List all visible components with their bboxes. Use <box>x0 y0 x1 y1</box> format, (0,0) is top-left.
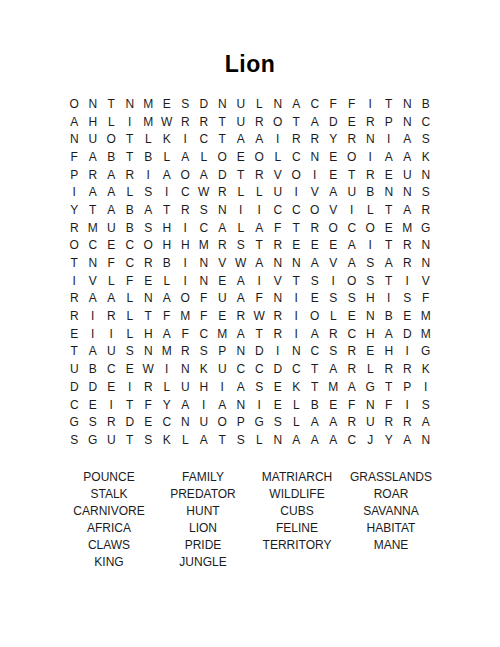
grid-cell: A <box>398 148 417 166</box>
grid-cell: B <box>121 219 140 237</box>
grid-cell: L <box>176 431 195 449</box>
grid-cell: C <box>65 396 84 414</box>
grid-cell: I <box>102 325 121 343</box>
grid-cell: S <box>195 201 214 219</box>
grid-cell: E <box>343 307 362 325</box>
grid-cell: V <box>84 272 103 290</box>
grid-cell: E <box>287 237 306 255</box>
grid-cell: R <box>250 166 269 184</box>
grid-cell: U <box>195 413 214 431</box>
grid-cell: M <box>417 307 436 325</box>
grid-cell: R <box>65 290 84 308</box>
grid-cell: C <box>287 148 306 166</box>
grid-cell: B <box>121 201 140 219</box>
grid-cell: A <box>84 290 103 308</box>
grid-cell: A <box>324 360 343 378</box>
grid-cell: S <box>84 413 103 431</box>
grid-cell: A <box>250 254 269 272</box>
grid-cell: H <box>158 237 177 255</box>
grid-cell: G <box>250 413 269 431</box>
grid-cell: U <box>176 378 195 396</box>
grid-cell: E <box>232 148 251 166</box>
grid-cell: A <box>250 219 269 237</box>
grid-cell: M <box>176 307 195 325</box>
grid-cell: T <box>380 201 399 219</box>
grid-cell: T <box>65 254 84 272</box>
grid-cell: E <box>139 272 158 290</box>
grid-cell: S <box>417 396 436 414</box>
grid-cell: I <box>398 343 417 361</box>
grid-cell: O <box>102 130 121 148</box>
grid-cell: A <box>232 290 251 308</box>
grid-cell: W <box>232 254 251 272</box>
grid-cell: A <box>380 148 399 166</box>
grid-cell: N <box>398 183 417 201</box>
grid-cell: A <box>65 113 84 131</box>
word-list-item: GRASSLANDS <box>350 469 432 486</box>
grid-cell: R <box>250 113 269 131</box>
grid-cell: C <box>232 360 251 378</box>
grid-cell: I <box>65 183 84 201</box>
grid-cell: E <box>213 272 232 290</box>
grid-cell: C <box>306 343 325 361</box>
grid-cell: N <box>176 360 195 378</box>
grid-cell: L <box>195 148 214 166</box>
grid-cell: F <box>343 396 362 414</box>
grid-cell: A <box>158 166 177 184</box>
grid-cell: R <box>306 219 325 237</box>
word-search-grid: ONTNMESDNULNACFFITNBAHLIMWRRTUROTADERPNC… <box>0 95 500 449</box>
grid-cell: H <box>195 378 214 396</box>
grid-cell: M <box>213 325 232 343</box>
grid-cell: S <box>324 343 343 361</box>
grid-cell: P <box>398 378 417 396</box>
word-list-item: CARNIVORE <box>73 503 144 520</box>
grid-cell: R <box>343 130 362 148</box>
grid-cell: E <box>398 307 417 325</box>
grid-cell: C <box>195 325 214 343</box>
grid-cell: C <box>250 360 269 378</box>
grid-cell: S <box>121 343 140 361</box>
grid-cell: A <box>102 290 121 308</box>
grid-cell: H <box>361 325 380 343</box>
grid-cell: W <box>158 113 177 131</box>
grid-cell: A <box>232 378 251 396</box>
grid-cell: I <box>250 201 269 219</box>
grid-cell: T <box>139 307 158 325</box>
grid-cell: A <box>287 95 306 113</box>
grid-cell: F <box>324 95 343 113</box>
grid-cell: D <box>65 378 84 396</box>
grid-cell: D <box>398 325 417 343</box>
grid-cell: H <box>176 237 195 255</box>
grid-cell: V <box>269 272 288 290</box>
grid-cell: A <box>213 396 232 414</box>
grid-cell: E <box>306 290 325 308</box>
grid-cell: I <box>306 166 325 184</box>
grid-cell: S <box>361 272 380 290</box>
grid-cell: G <box>361 378 380 396</box>
grid-cell: A <box>195 166 214 184</box>
grid-cell: K <box>158 431 177 449</box>
grid-cell: I <box>287 307 306 325</box>
grid-cell: A <box>306 254 325 272</box>
grid-cell: L <box>361 360 380 378</box>
grid-cell: N <box>417 166 436 184</box>
grid-cell: L <box>102 272 121 290</box>
grid-cell: S <box>343 290 362 308</box>
grid-cell: O <box>361 219 380 237</box>
grid-cell: A <box>84 343 103 361</box>
grid-cell: T <box>213 113 232 131</box>
grid-cell: N <box>398 113 417 131</box>
grid-cell: S <box>232 237 251 255</box>
grid-cell: A <box>417 413 436 431</box>
grid-cell: W <box>139 360 158 378</box>
grid-cell: Y <box>380 431 399 449</box>
grid-cell: T <box>65 343 84 361</box>
grid-cell: N <box>287 343 306 361</box>
grid-cell: L <box>102 113 121 131</box>
grid-cell: D <box>213 166 232 184</box>
grid-cell: M <box>195 237 214 255</box>
grid-cell: F <box>195 307 214 325</box>
grid-cell: E <box>84 396 103 414</box>
grid-cell: U <box>102 343 121 361</box>
grid-cell: H <box>139 325 158 343</box>
grid-cell: C <box>343 431 362 449</box>
grid-cell: D <box>195 95 214 113</box>
grid-cell: A <box>343 237 362 255</box>
word-list-item: CLAWS <box>88 537 130 554</box>
grid-cell: I <box>195 396 214 414</box>
grid-cell: G <box>417 219 436 237</box>
grid-cell: N <box>417 254 436 272</box>
grid-cell: R <box>213 183 232 201</box>
grid-cell: O <box>213 413 232 431</box>
grid-cell: O <box>213 148 232 166</box>
grid-cell: U <box>84 130 103 148</box>
grid-cell: M <box>324 378 343 396</box>
grid-cell: I <box>269 343 288 361</box>
grid-cell: A <box>102 166 121 184</box>
word-list-item: TERRITORY <box>263 537 332 554</box>
word-list-column: POUNCESTALKCARNIVOREAFRICACLAWSKING <box>62 469 156 571</box>
grid-cell: A <box>306 431 325 449</box>
grid-cell: R <box>176 343 195 361</box>
grid-cell: R <box>195 113 214 131</box>
grid-cell: I <box>158 360 177 378</box>
grid-cell: N <box>213 95 232 113</box>
grid-cell: F <box>269 219 288 237</box>
grid-cell: L <box>232 219 251 237</box>
grid-cell: E <box>361 343 380 361</box>
grid-cell: R <box>306 130 325 148</box>
grid-cell: R <box>65 219 84 237</box>
grid-cell: D <box>250 343 269 361</box>
grid-cell: D <box>324 113 343 131</box>
word-list-column: GRASSLANDSROARSAVANNAHABITATMANE <box>344 469 438 571</box>
grid-cell: R <box>398 237 417 255</box>
grid-cell: S <box>324 290 343 308</box>
grid-cell: S <box>139 219 158 237</box>
grid-cell: P <box>213 343 232 361</box>
grid-cell: C <box>269 201 288 219</box>
grid-cell: A <box>306 413 325 431</box>
word-list-item: FAMILY <box>182 469 224 486</box>
grid-cell: N <box>232 343 251 361</box>
grid-cell: L <box>158 272 177 290</box>
grid-cell: K <box>158 130 177 148</box>
grid-cell: I <box>398 396 417 414</box>
grid-cell: M <box>417 325 436 343</box>
grid-cell: R <box>269 307 288 325</box>
grid-cell: N <box>417 237 436 255</box>
grid-cell: T <box>250 237 269 255</box>
grid-cell: B <box>306 396 325 414</box>
grid-cell: A <box>324 413 343 431</box>
grid-cell: T <box>287 113 306 131</box>
grid-cell: A <box>84 183 103 201</box>
grid-cell: T <box>287 272 306 290</box>
grid-cell: O <box>65 95 84 113</box>
grid-cell: R <box>102 413 121 431</box>
grid-cell: K <box>287 378 306 396</box>
grid-cell: C <box>158 413 177 431</box>
grid-cell: A <box>232 325 251 343</box>
word-list-item: LION <box>189 520 217 537</box>
grid-cell: M <box>398 219 417 237</box>
grid-cell: I <box>324 272 343 290</box>
word-list-item: KING <box>94 554 123 571</box>
grid-cell: N <box>232 396 251 414</box>
word-list-item: FELINE <box>276 520 318 537</box>
grid-cell: O <box>250 148 269 166</box>
grid-cell: L <box>250 431 269 449</box>
grid-cell: N <box>287 254 306 272</box>
grid-cell: R <box>232 307 251 325</box>
grid-cell: T <box>380 237 399 255</box>
grid-cell: U <box>361 413 380 431</box>
grid-cell: T <box>306 360 325 378</box>
grid-cell: A <box>158 290 177 308</box>
grid-cell: I <box>380 130 399 148</box>
grid-cell: N <box>361 130 380 148</box>
grid-cell: C <box>195 130 214 148</box>
grid-cell: F <box>195 290 214 308</box>
grid-cell: R <box>343 413 362 431</box>
grid-cell: T <box>213 130 232 148</box>
grid-cell: D <box>121 413 140 431</box>
word-list-item: CUBS <box>280 503 313 520</box>
grid-cell: E <box>102 237 121 255</box>
grid-cell: F <box>158 307 177 325</box>
grid-cell: C <box>287 201 306 219</box>
grid-cell: F <box>343 95 362 113</box>
grid-cell: R <box>380 360 399 378</box>
grid-cell: S <box>250 378 269 396</box>
grid-cell: M <box>139 95 158 113</box>
grid-cell: A <box>176 396 195 414</box>
grid-cell: L <box>324 307 343 325</box>
grid-cell: S <box>65 431 84 449</box>
grid-cell: W <box>250 307 269 325</box>
grid-cell: T <box>121 148 140 166</box>
grid-cell: V <box>417 272 436 290</box>
grid-cell: A <box>324 183 343 201</box>
grid-cell: B <box>158 254 177 272</box>
grid-cell: E <box>324 237 343 255</box>
grid-cell: I <box>417 378 436 396</box>
word-list-item: JUNGLE <box>179 554 226 571</box>
word-list-item: PRIDE <box>185 537 222 554</box>
grid-cell: I <box>84 307 103 325</box>
grid-cell: T <box>84 201 103 219</box>
grid-cell: A <box>232 130 251 148</box>
grid-cell: I <box>176 254 195 272</box>
grid-cell: T <box>380 95 399 113</box>
grid-cell: O <box>306 307 325 325</box>
grid-cell: A <box>398 201 417 219</box>
grid-cell: M <box>158 343 177 361</box>
grid-cell: U <box>343 183 362 201</box>
grid-cell: I <box>176 272 195 290</box>
grid-cell: R <box>84 166 103 184</box>
grid-cell: I <box>343 201 362 219</box>
grid-cell: R <box>121 166 140 184</box>
grid-cell: H <box>380 343 399 361</box>
grid-cell: I <box>213 378 232 396</box>
grid-cell: A <box>398 130 417 148</box>
grid-cell: C <box>195 219 214 237</box>
grid-cell: N <box>361 307 380 325</box>
grid-cell: S <box>139 183 158 201</box>
grid-cell: R <box>417 201 436 219</box>
word-list-item: AFRICA <box>87 520 131 537</box>
grid-cell: C <box>121 254 140 272</box>
grid-cell: T <box>213 431 232 449</box>
grid-cell: H <box>361 290 380 308</box>
grid-cell: V <box>269 166 288 184</box>
grid-cell: R <box>102 307 121 325</box>
grid-cell: R <box>269 325 288 343</box>
grid-cell: B <box>139 148 158 166</box>
grid-cell: M <box>84 219 103 237</box>
grid-cell: C <box>102 360 121 378</box>
grid-cell: N <box>361 396 380 414</box>
grid-cell: I <box>250 272 269 290</box>
grid-cell: A <box>250 130 269 148</box>
grid-cell: C <box>84 237 103 255</box>
grid-cell: N <box>195 272 214 290</box>
grid-cell: L <box>250 95 269 113</box>
grid-cell: F <box>176 325 195 343</box>
grid-cell: E <box>324 166 343 184</box>
grid-cell: O <box>65 237 84 255</box>
grid-cell: R <box>343 360 362 378</box>
grid-cell: O <box>287 166 306 184</box>
grid-cell: E <box>139 413 158 431</box>
grid-cell: F <box>65 148 84 166</box>
grid-cell: E <box>380 219 399 237</box>
grid-cell: K <box>417 148 436 166</box>
grid-cell: R <box>398 413 417 431</box>
grid-cell: A <box>380 325 399 343</box>
grid-cell: C <box>306 95 325 113</box>
grid-cell: I <box>361 148 380 166</box>
grid-cell: S <box>195 343 214 361</box>
grid-cell: I <box>380 290 399 308</box>
grid-cell: J <box>361 431 380 449</box>
grid-cell: N <box>380 183 399 201</box>
grid-cell: B <box>361 183 380 201</box>
grid-cell: N <box>139 290 158 308</box>
grid-cell: K <box>195 360 214 378</box>
grid-cell: U <box>65 360 84 378</box>
grid-cell: R <box>361 166 380 184</box>
word-list-column: MATRIARCHWILDLIFECUBSFELINETERRITORY <box>250 469 344 571</box>
grid-cell: F <box>417 290 436 308</box>
grid-cell: A <box>380 254 399 272</box>
grid-cell: L <box>232 183 251 201</box>
grid-cell: T <box>232 166 251 184</box>
grid-cell: I <box>287 325 306 343</box>
grid-cell: I <box>121 378 140 396</box>
grid-cell: R <box>287 130 306 148</box>
puzzle-title: Lion <box>0 0 500 76</box>
grid-cell: M <box>139 113 158 131</box>
grid-cell: A <box>398 431 417 449</box>
grid-cell: S <box>417 130 436 148</box>
grid-cell: N <box>269 95 288 113</box>
grid-cell: Y <box>324 130 343 148</box>
grid-cell: C <box>343 325 362 343</box>
grid-cell: A <box>139 201 158 219</box>
grid-cell: L <box>121 325 140 343</box>
grid-cell: A <box>306 113 325 131</box>
grid-cell: L <box>121 290 140 308</box>
grid-cell: I <box>398 272 417 290</box>
grid-cell: P <box>65 166 84 184</box>
grid-cell: R <box>139 254 158 272</box>
grid-cell: R <box>269 237 288 255</box>
grid-cell: L <box>121 183 140 201</box>
grid-cell: N <box>306 148 325 166</box>
grid-cell: Y <box>65 201 84 219</box>
word-list-item: HABITAT <box>367 520 416 537</box>
grid-cell: E <box>65 325 84 343</box>
grid-cell: R <box>361 113 380 131</box>
grid-cell: O <box>324 219 343 237</box>
grid-cell: A <box>324 431 343 449</box>
grid-cell: D <box>269 360 288 378</box>
grid-cell: L <box>139 130 158 148</box>
grid-cell: O <box>306 201 325 219</box>
grid-cell: N <box>269 254 288 272</box>
grid-cell: U <box>102 219 121 237</box>
grid-cell: E <box>269 396 288 414</box>
word-list-item: MANE <box>374 537 409 554</box>
grid-cell: I <box>287 183 306 201</box>
grid-cell: T <box>380 378 399 396</box>
grid-cell: R <box>343 343 362 361</box>
word-list-column: FAMILYPREDATORHUNTLIONPRIDEJUNGLE <box>156 469 250 571</box>
grid-cell: T <box>121 431 140 449</box>
word-list-item: ROAR <box>374 486 409 503</box>
word-list-item: WILDLIFE <box>269 486 324 503</box>
grid-cell: T <box>121 396 140 414</box>
grid-cell: I <box>102 396 121 414</box>
